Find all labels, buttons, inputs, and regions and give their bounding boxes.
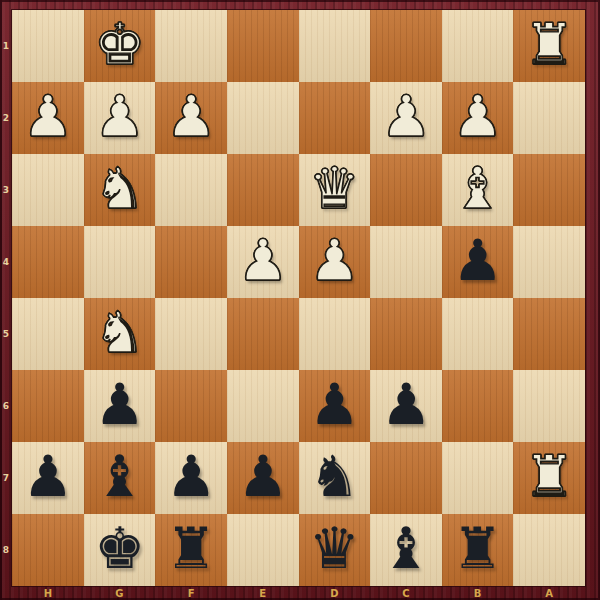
black-bishop-g7: ♝: [94, 448, 145, 505]
square-b4[interactable]: ♟: [442, 226, 514, 298]
square-c8[interactable]: ♝: [370, 514, 442, 586]
square-b2[interactable]: ♟: [442, 82, 514, 154]
square-e4[interactable]: ♟: [227, 226, 299, 298]
square-d6[interactable]: ♟: [299, 370, 371, 442]
square-h7[interactable]: ♟: [12, 442, 84, 514]
square-b7[interactable]: [442, 442, 514, 514]
square-h2[interactable]: ♟: [12, 82, 84, 154]
square-b3[interactable]: ♝: [442, 154, 514, 226]
square-g4[interactable]: [84, 226, 156, 298]
square-a8[interactable]: [513, 514, 585, 586]
white-pawn-g2: ♟: [94, 88, 145, 145]
white-knight-g5: ♞: [94, 304, 145, 361]
rank-label-5: 5: [0, 298, 12, 370]
black-king-g8: ♚: [94, 520, 145, 577]
black-rook-f8: ♜: [166, 520, 217, 577]
square-f6[interactable]: [155, 370, 227, 442]
rank-label-3: 3: [0, 154, 12, 226]
square-a5[interactable]: [513, 298, 585, 370]
file-label-f: F: [155, 586, 227, 600]
square-e7[interactable]: ♟: [227, 442, 299, 514]
square-g5[interactable]: ♞: [84, 298, 156, 370]
white-pawn-d4: ♟: [309, 232, 360, 289]
file-label-a: A: [513, 586, 585, 600]
white-pawn-h2: ♟: [22, 88, 73, 145]
square-a1[interactable]: ♜: [513, 10, 585, 82]
white-king-g1: ♚: [94, 16, 145, 73]
square-e6[interactable]: [227, 370, 299, 442]
chessboard-app: ♚♜♟♟♟♟♟♞♛♝♟♟♟♞♟♟♟♟♝♟♟♞♜♚♜♛♝♜ 12345678 HG…: [0, 0, 600, 600]
white-pawn-e4: ♟: [237, 232, 288, 289]
white-rook-a7: ♜: [524, 448, 575, 505]
square-h6[interactable]: [12, 370, 84, 442]
square-f7[interactable]: ♟: [155, 442, 227, 514]
square-d5[interactable]: [299, 298, 371, 370]
square-e2[interactable]: [227, 82, 299, 154]
file-label-e: E: [227, 586, 299, 600]
square-a3[interactable]: [513, 154, 585, 226]
square-f4[interactable]: [155, 226, 227, 298]
square-b6[interactable]: [442, 370, 514, 442]
square-d8[interactable]: ♛: [299, 514, 371, 586]
black-pawn-f7: ♟: [166, 448, 217, 505]
black-pawn-e7: ♟: [237, 448, 288, 505]
square-e8[interactable]: [227, 514, 299, 586]
square-d1[interactable]: [299, 10, 371, 82]
file-label-d: D: [299, 586, 371, 600]
file-label-b: B: [442, 586, 514, 600]
black-pawn-g6: ♟: [94, 376, 145, 433]
white-pawn-f2: ♟: [166, 88, 217, 145]
square-h4[interactable]: [12, 226, 84, 298]
board: ♚♜♟♟♟♟♟♞♛♝♟♟♟♞♟♟♟♟♝♟♟♞♜♚♜♛♝♜: [12, 10, 585, 586]
rank-label-1: 1: [0, 10, 12, 82]
square-e1[interactable]: [227, 10, 299, 82]
white-queen-d3: ♛: [309, 160, 360, 217]
black-pawn-d6: ♟: [309, 376, 360, 433]
square-c7[interactable]: [370, 442, 442, 514]
file-label-c: C: [370, 586, 442, 600]
square-g3[interactable]: ♞: [84, 154, 156, 226]
square-c5[interactable]: [370, 298, 442, 370]
rank-label-2: 2: [0, 82, 12, 154]
square-e3[interactable]: [227, 154, 299, 226]
rank-label-4: 4: [0, 226, 12, 298]
square-d7[interactable]: ♞: [299, 442, 371, 514]
square-d3[interactable]: ♛: [299, 154, 371, 226]
square-e5[interactable]: [227, 298, 299, 370]
square-h8[interactable]: [12, 514, 84, 586]
square-h3[interactable]: [12, 154, 84, 226]
white-bishop-b3: ♝: [452, 160, 503, 217]
square-f3[interactable]: [155, 154, 227, 226]
file-label-g: G: [84, 586, 156, 600]
file-labels: HGFEDCBA: [12, 586, 585, 600]
square-f2[interactable]: ♟: [155, 82, 227, 154]
square-d4[interactable]: ♟: [299, 226, 371, 298]
square-h5[interactable]: [12, 298, 84, 370]
square-h1[interactable]: [12, 10, 84, 82]
square-a6[interactable]: [513, 370, 585, 442]
white-knight-g3: ♞: [94, 160, 145, 217]
square-c6[interactable]: ♟: [370, 370, 442, 442]
square-d2[interactable]: [299, 82, 371, 154]
white-pawn-b2: ♟: [452, 88, 503, 145]
white-pawn-c2: ♟: [380, 88, 431, 145]
black-queen-d8: ♛: [309, 520, 360, 577]
square-b8[interactable]: ♜: [442, 514, 514, 586]
rank-label-7: 7: [0, 442, 12, 514]
square-b5[interactable]: [442, 298, 514, 370]
square-c4[interactable]: [370, 226, 442, 298]
rank-label-8: 8: [0, 514, 12, 586]
square-f5[interactable]: [155, 298, 227, 370]
black-bishop-c8: ♝: [380, 520, 431, 577]
square-g1[interactable]: ♚: [84, 10, 156, 82]
square-a4[interactable]: [513, 226, 585, 298]
square-c2[interactable]: ♟: [370, 82, 442, 154]
black-pawn-c6: ♟: [380, 376, 431, 433]
square-f1[interactable]: [155, 10, 227, 82]
black-pawn-h7: ♟: [22, 448, 73, 505]
square-g8[interactable]: ♚: [84, 514, 156, 586]
black-rook-b8: ♜: [452, 520, 503, 577]
square-a2[interactable]: [513, 82, 585, 154]
square-a7[interactable]: ♜: [513, 442, 585, 514]
square-c1[interactable]: [370, 10, 442, 82]
rank-label-6: 6: [0, 370, 12, 442]
black-pawn-b4: ♟: [452, 232, 503, 289]
white-rook-a1: ♜: [524, 16, 575, 73]
square-g2[interactable]: ♟: [84, 82, 156, 154]
square-c3[interactable]: [370, 154, 442, 226]
square-g7[interactable]: ♝: [84, 442, 156, 514]
rank-labels: 12345678: [0, 10, 12, 586]
black-knight-d7: ♞: [309, 448, 360, 505]
square-g6[interactable]: ♟: [84, 370, 156, 442]
square-b1[interactable]: [442, 10, 514, 82]
square-f8[interactable]: ♜: [155, 514, 227, 586]
file-label-h: H: [12, 586, 84, 600]
